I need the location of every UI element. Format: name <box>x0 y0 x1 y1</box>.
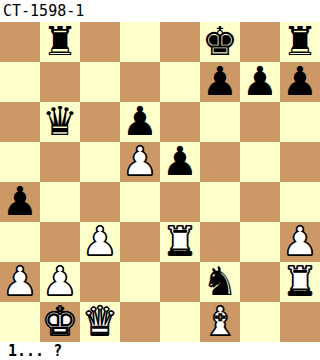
square-a2[interactable]: ♟ <box>0 262 40 302</box>
square-c2[interactable] <box>80 262 120 302</box>
square-f7[interactable]: ♟ <box>200 62 240 102</box>
square-e3[interactable]: ♜ <box>160 222 200 262</box>
piece-white-pawn[interactable]: ♟ <box>2 262 38 301</box>
piece-white-pawn[interactable]: ♟ <box>82 222 118 261</box>
square-a6[interactable] <box>0 102 40 142</box>
square-g8[interactable] <box>240 22 280 62</box>
square-c7[interactable] <box>80 62 120 102</box>
piece-white-pawn[interactable]: ♟ <box>282 222 318 261</box>
piece-white-queen[interactable]: ♛ <box>82 302 118 341</box>
square-e8[interactable] <box>160 22 200 62</box>
piece-black-rook[interactable]: ♜ <box>42 22 78 61</box>
square-h3[interactable]: ♟ <box>280 222 320 262</box>
piece-black-queen[interactable]: ♛ <box>42 102 78 141</box>
square-h1[interactable] <box>280 302 320 342</box>
piece-white-bishop[interactable]: ♝ <box>202 302 238 341</box>
square-d4[interactable] <box>120 182 160 222</box>
square-d1[interactable] <box>120 302 160 342</box>
square-g3[interactable] <box>240 222 280 262</box>
square-g4[interactable] <box>240 182 280 222</box>
puzzle-title: CT-1598-1 <box>3 1 84 21</box>
square-g5[interactable] <box>240 142 280 182</box>
move-prompt: 1... ? <box>8 342 62 360</box>
square-f6[interactable] <box>200 102 240 142</box>
square-a1[interactable] <box>0 302 40 342</box>
piece-white-pawn[interactable]: ♟ <box>122 142 158 181</box>
square-f5[interactable] <box>200 142 240 182</box>
square-a5[interactable] <box>0 142 40 182</box>
piece-white-rook[interactable]: ♜ <box>282 262 318 301</box>
puzzle-window: CT-1598-1 ♜♚♜♟♟♟♛♟♟♟♟♟♜♟♟♟♞♜♚♛♝ 1... ? <box>0 0 320 360</box>
piece-black-pawn[interactable]: ♟ <box>2 182 38 221</box>
piece-black-pawn[interactable]: ♟ <box>242 62 278 101</box>
square-b7[interactable] <box>40 62 80 102</box>
square-b2[interactable]: ♟ <box>40 262 80 302</box>
square-e4[interactable] <box>160 182 200 222</box>
square-c1[interactable]: ♛ <box>80 302 120 342</box>
square-e5[interactable]: ♟ <box>160 142 200 182</box>
piece-white-pawn[interactable]: ♟ <box>42 262 78 301</box>
square-b5[interactable] <box>40 142 80 182</box>
square-h7[interactable]: ♟ <box>280 62 320 102</box>
square-b4[interactable] <box>40 182 80 222</box>
piece-black-pawn[interactable]: ♟ <box>162 142 198 181</box>
square-f8[interactable]: ♚ <box>200 22 240 62</box>
square-c4[interactable] <box>80 182 120 222</box>
piece-black-pawn[interactable]: ♟ <box>122 102 158 141</box>
square-b1[interactable]: ♚ <box>40 302 80 342</box>
square-b8[interactable]: ♜ <box>40 22 80 62</box>
square-d2[interactable] <box>120 262 160 302</box>
square-c3[interactable]: ♟ <box>80 222 120 262</box>
square-f1[interactable]: ♝ <box>200 302 240 342</box>
square-d3[interactable] <box>120 222 160 262</box>
chess-board: ♜♚♜♟♟♟♛♟♟♟♟♟♜♟♟♟♞♜♚♛♝ <box>0 22 320 342</box>
square-h8[interactable]: ♜ <box>280 22 320 62</box>
square-e6[interactable] <box>160 102 200 142</box>
square-e2[interactable] <box>160 262 200 302</box>
square-c5[interactable] <box>80 142 120 182</box>
square-f4[interactable] <box>200 182 240 222</box>
piece-white-king[interactable]: ♚ <box>42 302 78 341</box>
square-d5[interactable]: ♟ <box>120 142 160 182</box>
square-a4[interactable]: ♟ <box>0 182 40 222</box>
square-h5[interactable] <box>280 142 320 182</box>
piece-black-king[interactable]: ♚ <box>202 22 238 61</box>
piece-black-rook[interactable]: ♜ <box>282 22 318 61</box>
square-f2[interactable]: ♞ <box>200 262 240 302</box>
square-f3[interactable] <box>200 222 240 262</box>
square-e1[interactable] <box>160 302 200 342</box>
square-b3[interactable] <box>40 222 80 262</box>
square-g7[interactable]: ♟ <box>240 62 280 102</box>
square-h2[interactable]: ♜ <box>280 262 320 302</box>
square-c6[interactable] <box>80 102 120 142</box>
piece-black-pawn[interactable]: ♟ <box>202 62 238 101</box>
piece-white-rook[interactable]: ♜ <box>162 222 198 261</box>
square-d7[interactable] <box>120 62 160 102</box>
piece-black-knight[interactable]: ♞ <box>202 262 238 301</box>
square-a8[interactable] <box>0 22 40 62</box>
square-a7[interactable] <box>0 62 40 102</box>
square-g1[interactable] <box>240 302 280 342</box>
piece-black-pawn[interactable]: ♟ <box>282 62 318 101</box>
square-g2[interactable] <box>240 262 280 302</box>
square-b6[interactable]: ♛ <box>40 102 80 142</box>
square-d6[interactable]: ♟ <box>120 102 160 142</box>
square-a3[interactable] <box>0 222 40 262</box>
square-e7[interactable] <box>160 62 200 102</box>
square-h4[interactable] <box>280 182 320 222</box>
square-c8[interactable] <box>80 22 120 62</box>
square-h6[interactable] <box>280 102 320 142</box>
square-g6[interactable] <box>240 102 280 142</box>
square-d8[interactable] <box>120 22 160 62</box>
